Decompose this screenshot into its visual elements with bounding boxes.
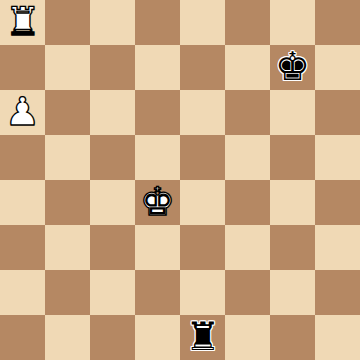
square-d1[interactable] [135, 315, 180, 360]
square-a4[interactable] [0, 180, 45, 225]
square-c5[interactable] [90, 135, 135, 180]
square-d4[interactable]: ♚ [135, 180, 180, 225]
square-c8[interactable] [90, 0, 135, 45]
square-e1[interactable]: ♜ [180, 315, 225, 360]
square-c6[interactable] [90, 90, 135, 135]
square-a7[interactable] [0, 45, 45, 90]
square-h5[interactable] [315, 135, 360, 180]
square-b2[interactable] [45, 270, 90, 315]
square-h6[interactable] [315, 90, 360, 135]
square-f7[interactable] [225, 45, 270, 90]
square-a2[interactable] [0, 270, 45, 315]
square-e7[interactable] [180, 45, 225, 90]
square-b8[interactable] [45, 0, 90, 45]
square-a6[interactable]: ♟ [0, 90, 45, 135]
square-e4[interactable] [180, 180, 225, 225]
square-d5[interactable] [135, 135, 180, 180]
square-g4[interactable] [270, 180, 315, 225]
square-a8[interactable]: ♜ [0, 0, 45, 45]
square-f4[interactable] [225, 180, 270, 225]
square-h3[interactable] [315, 225, 360, 270]
square-b5[interactable] [45, 135, 90, 180]
square-d8[interactable] [135, 0, 180, 45]
square-d3[interactable] [135, 225, 180, 270]
square-b1[interactable] [45, 315, 90, 360]
square-c1[interactable] [90, 315, 135, 360]
white-pawn[interactable]: ♟ [5, 89, 40, 134]
black-rook[interactable]: ♜ [185, 314, 220, 359]
square-g8[interactable] [270, 0, 315, 45]
square-f8[interactable] [225, 0, 270, 45]
square-h7[interactable] [315, 45, 360, 90]
square-e8[interactable] [180, 0, 225, 45]
square-g6[interactable] [270, 90, 315, 135]
square-e2[interactable] [180, 270, 225, 315]
square-d6[interactable] [135, 90, 180, 135]
square-h8[interactable] [315, 0, 360, 45]
square-c2[interactable] [90, 270, 135, 315]
square-c3[interactable] [90, 225, 135, 270]
square-a5[interactable] [0, 135, 45, 180]
square-e6[interactable] [180, 90, 225, 135]
square-f2[interactable] [225, 270, 270, 315]
square-g5[interactable] [270, 135, 315, 180]
white-rook[interactable]: ♜ [5, 0, 40, 44]
square-g7[interactable]: ♚ [270, 45, 315, 90]
square-g1[interactable] [270, 315, 315, 360]
square-f1[interactable] [225, 315, 270, 360]
square-d7[interactable] [135, 45, 180, 90]
square-c4[interactable] [90, 180, 135, 225]
square-c7[interactable] [90, 45, 135, 90]
square-a3[interactable] [0, 225, 45, 270]
square-e5[interactable] [180, 135, 225, 180]
square-d2[interactable] [135, 270, 180, 315]
square-f5[interactable] [225, 135, 270, 180]
black-king[interactable]: ♚ [275, 44, 310, 89]
chess-board: ♜♚♟♚♜ [0, 0, 360, 360]
square-h4[interactable] [315, 180, 360, 225]
square-b7[interactable] [45, 45, 90, 90]
square-h2[interactable] [315, 270, 360, 315]
square-a1[interactable] [0, 315, 45, 360]
square-f3[interactable] [225, 225, 270, 270]
square-b4[interactable] [45, 180, 90, 225]
square-g2[interactable] [270, 270, 315, 315]
square-b3[interactable] [45, 225, 90, 270]
square-e3[interactable] [180, 225, 225, 270]
white-king[interactable]: ♚ [140, 179, 175, 224]
square-f6[interactable] [225, 90, 270, 135]
square-h1[interactable] [315, 315, 360, 360]
square-b6[interactable] [45, 90, 90, 135]
square-g3[interactable] [270, 225, 315, 270]
